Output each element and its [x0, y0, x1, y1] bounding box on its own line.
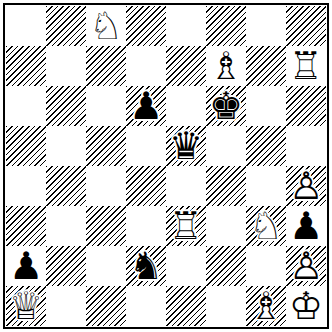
square-g3[interactable]: ♞♘ — [246, 206, 286, 246]
square-h2[interactable]: ♟♙ — [286, 246, 326, 286]
square-c4[interactable] — [86, 166, 126, 206]
piece-white-king-h1: ♚♔ — [286, 286, 326, 326]
white-knight-icon: ♘ — [89, 7, 123, 45]
piece-white-bishop-f7: ♝♗ — [206, 46, 246, 86]
white-knight-icon: ♘ — [249, 207, 283, 245]
piece-white-knight-c8: ♞♘ — [86, 6, 126, 46]
square-e2[interactable] — [166, 246, 206, 286]
square-a1[interactable]: ♛♕ — [6, 286, 46, 326]
square-c3[interactable] — [86, 206, 126, 246]
square-a2[interactable]: ♟♟ — [6, 246, 46, 286]
square-d7[interactable] — [126, 46, 166, 86]
white-king-icon: ♔ — [289, 287, 323, 325]
square-g2[interactable] — [246, 246, 286, 286]
square-a3[interactable] — [6, 206, 46, 246]
square-b8[interactable] — [46, 6, 86, 46]
square-e7[interactable] — [166, 46, 206, 86]
white-rook-icon: ♖ — [169, 207, 203, 245]
square-c5[interactable] — [86, 126, 126, 166]
square-d8[interactable] — [126, 6, 166, 46]
square-a6[interactable] — [6, 86, 46, 126]
square-e1[interactable] — [166, 286, 206, 326]
square-f6[interactable]: ♚♚ — [206, 86, 246, 126]
square-f7[interactable]: ♝♗ — [206, 46, 246, 86]
black-queen-icon: ♛ — [169, 127, 203, 165]
square-h8[interactable] — [286, 6, 326, 46]
piece-black-king-f6: ♚♚ — [206, 86, 246, 126]
square-h3[interactable]: ♟♟ — [286, 206, 326, 246]
square-b6[interactable] — [46, 86, 86, 126]
square-c1[interactable] — [86, 286, 126, 326]
white-queen-icon: ♕ — [9, 287, 43, 325]
black-pawn-icon: ♟ — [9, 247, 43, 285]
piece-black-pawn-a2: ♟♟ — [6, 246, 46, 286]
white-pawn-icon: ♙ — [289, 167, 323, 205]
piece-white-queen-a1: ♛♕ — [6, 286, 46, 326]
piece-white-pawn-h4: ♟♙ — [286, 166, 326, 206]
square-d5[interactable] — [126, 126, 166, 166]
square-b4[interactable] — [46, 166, 86, 206]
piece-black-pawn-h3: ♟♟ — [286, 206, 326, 246]
square-d2[interactable]: ♞♞ — [126, 246, 166, 286]
piece-white-bishop-g1: ♝♗ — [246, 286, 286, 326]
square-h6[interactable] — [286, 86, 326, 126]
square-a5[interactable] — [6, 126, 46, 166]
square-c2[interactable] — [86, 246, 126, 286]
white-rook-icon: ♖ — [289, 47, 323, 85]
square-e5[interactable]: ♛♛ — [166, 126, 206, 166]
square-a7[interactable] — [6, 46, 46, 86]
square-b7[interactable] — [46, 46, 86, 86]
square-h7[interactable]: ♜♖ — [286, 46, 326, 86]
square-c6[interactable] — [86, 86, 126, 126]
square-f5[interactable] — [206, 126, 246, 166]
square-f2[interactable] — [206, 246, 246, 286]
square-f3[interactable] — [206, 206, 246, 246]
square-e8[interactable] — [166, 6, 206, 46]
square-d4[interactable] — [126, 166, 166, 206]
black-pawn-icon: ♟ — [129, 87, 163, 125]
square-a8[interactable] — [6, 6, 46, 46]
board-frame: ♞♘♝♗♜♖♟♟♚♚♛♛♟♙♜♖♞♘♟♟♟♟♞♞♟♙♛♕♝♗♚♔ — [3, 3, 329, 329]
square-f8[interactable] — [206, 6, 246, 46]
square-f1[interactable] — [206, 286, 246, 326]
black-knight-icon: ♞ — [129, 247, 163, 285]
square-e4[interactable] — [166, 166, 206, 206]
square-c8[interactable]: ♞♘ — [86, 6, 126, 46]
square-g7[interactable] — [246, 46, 286, 86]
piece-black-queen-e5: ♛♛ — [166, 126, 206, 166]
square-h1[interactable]: ♚♔ — [286, 286, 326, 326]
square-g5[interactable] — [246, 126, 286, 166]
piece-white-rook-h7: ♜♖ — [286, 46, 326, 86]
square-d1[interactable] — [126, 286, 166, 326]
square-b5[interactable] — [46, 126, 86, 166]
white-bishop-icon: ♗ — [209, 47, 243, 85]
black-king-icon: ♚ — [209, 87, 243, 125]
square-d6[interactable]: ♟♟ — [126, 86, 166, 126]
piece-white-knight-g3: ♞♘ — [246, 206, 286, 246]
white-bishop-icon: ♗ — [249, 287, 283, 325]
black-pawn-icon: ♟ — [289, 207, 323, 245]
square-e3[interactable]: ♜♖ — [166, 206, 206, 246]
square-b2[interactable] — [46, 246, 86, 286]
piece-white-pawn-h2: ♟♙ — [286, 246, 326, 286]
square-e6[interactable] — [166, 86, 206, 126]
square-g1[interactable]: ♝♗ — [246, 286, 286, 326]
square-f4[interactable] — [206, 166, 246, 206]
square-h4[interactable]: ♟♙ — [286, 166, 326, 206]
white-pawn-icon: ♙ — [289, 247, 323, 285]
piece-white-rook-e3: ♜♖ — [166, 206, 206, 246]
board: ♞♘♝♗♜♖♟♟♚♚♛♛♟♙♜♖♞♘♟♟♟♟♞♞♟♙♛♕♝♗♚♔ — [6, 6, 326, 326]
square-g8[interactable] — [246, 6, 286, 46]
chess-diagram-page: ♞♘♝♗♜♖♟♟♚♚♛♛♟♙♜♖♞♘♟♟♟♟♞♞♟♙♛♕♝♗♚♔ — [0, 0, 332, 332]
square-g4[interactable] — [246, 166, 286, 206]
square-b1[interactable] — [46, 286, 86, 326]
square-g6[interactable] — [246, 86, 286, 126]
square-a4[interactable] — [6, 166, 46, 206]
piece-black-pawn-d6: ♟♟ — [126, 86, 166, 126]
square-h5[interactable] — [286, 126, 326, 166]
square-d3[interactable] — [126, 206, 166, 246]
square-c7[interactable] — [86, 46, 126, 86]
piece-black-knight-d2: ♞♞ — [126, 246, 166, 286]
square-b3[interactable] — [46, 206, 86, 246]
